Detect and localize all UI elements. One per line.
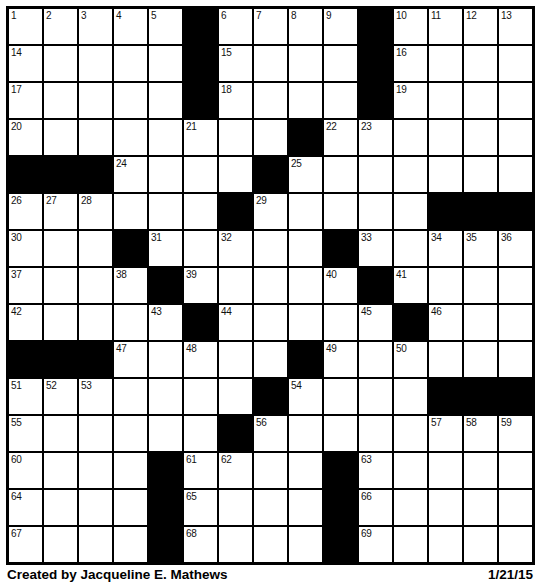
black-cell-r1c6 <box>183 8 218 45</box>
cell-r15c7[interactable] <box>218 526 253 563</box>
cell-r6c3[interactable]: 28 <box>78 193 113 230</box>
cell-r10c12[interactable]: 50 <box>393 341 428 378</box>
cell-r3c13[interactable] <box>428 82 463 119</box>
crossword-page: 1234567891011121314151617181920212223242… <box>0 0 540 587</box>
black-cell-r14c5 <box>148 489 183 526</box>
clue-number-22: 22 <box>326 121 337 132</box>
clue-number-25: 25 <box>291 158 302 169</box>
cell-r15c11[interactable]: 69 <box>358 526 393 563</box>
black-cell-r9c6 <box>183 304 218 341</box>
clue-number-47: 47 <box>116 343 127 354</box>
cell-r10c14[interactable] <box>463 341 498 378</box>
black-cell-r10c9 <box>288 341 323 378</box>
cell-r12c14[interactable]: 58 <box>463 415 498 452</box>
cell-r14c14[interactable] <box>463 489 498 526</box>
cell-r7c7[interactable]: 32 <box>218 230 253 267</box>
cell-r11c12[interactable] <box>393 378 428 415</box>
black-cell-r3c6 <box>183 82 218 119</box>
cell-r5c11[interactable] <box>358 156 393 193</box>
black-cell-r14c10 <box>323 489 358 526</box>
cell-r2c1[interactable]: 14 <box>8 45 43 82</box>
clue-number-16: 16 <box>396 47 407 58</box>
cell-r11c1[interactable]: 51 <box>8 378 43 415</box>
cell-r12c11[interactable] <box>358 415 393 452</box>
black-cell-r15c5 <box>148 526 183 563</box>
cell-r5c7[interactable] <box>218 156 253 193</box>
cell-r11c11[interactable] <box>358 378 393 415</box>
cell-r9c13[interactable]: 46 <box>428 304 463 341</box>
clue-number-9: 9 <box>326 10 331 21</box>
cell-r3c14[interactable] <box>463 82 498 119</box>
clue-number-36: 36 <box>501 232 512 243</box>
black-cell-r10c1 <box>8 341 43 378</box>
cell-r4c5[interactable] <box>148 119 183 156</box>
crossword-grid: 1234567891011121314151617181920212223242… <box>6 6 535 565</box>
cell-r6c1[interactable]: 26 <box>8 193 43 230</box>
clue-number-19: 19 <box>396 84 407 95</box>
black-cell-r11c13 <box>428 378 463 415</box>
cell-r11c7[interactable] <box>218 378 253 415</box>
cell-r7c3[interactable] <box>78 230 113 267</box>
black-cell-r6c15 <box>498 193 533 230</box>
cell-r1c14[interactable]: 12 <box>463 8 498 45</box>
cell-r13c3[interactable] <box>78 452 113 489</box>
cell-r7c11[interactable]: 33 <box>358 230 393 267</box>
clue-number-21: 21 <box>186 121 197 132</box>
clue-number-4: 4 <box>116 10 121 21</box>
cell-r12c10[interactable] <box>323 415 358 452</box>
cell-r14c7[interactable] <box>218 489 253 526</box>
clue-number-68: 68 <box>186 528 197 539</box>
cell-r15c12[interactable] <box>393 526 428 563</box>
cell-r13c15[interactable] <box>498 452 533 489</box>
cell-r5c12[interactable] <box>393 156 428 193</box>
black-cell-r5c2 <box>43 156 78 193</box>
black-cell-r1c11 <box>358 8 393 45</box>
black-cell-r2c6 <box>183 45 218 82</box>
clue-number-42: 42 <box>11 306 22 317</box>
cell-r15c13[interactable] <box>428 526 463 563</box>
black-cell-r12c7 <box>218 415 253 452</box>
black-cell-r6c13 <box>428 193 463 230</box>
cell-r11c9[interactable]: 54 <box>288 378 323 415</box>
cell-r6c10[interactable] <box>323 193 358 230</box>
cell-r12c5[interactable] <box>148 415 183 452</box>
cell-r2c14[interactable] <box>463 45 498 82</box>
clue-number-61: 61 <box>186 454 197 465</box>
cell-r2c13[interactable] <box>428 45 463 82</box>
clue-number-5: 5 <box>151 10 156 21</box>
cell-r11c10[interactable] <box>323 378 358 415</box>
cell-r3c12[interactable]: 19 <box>393 82 428 119</box>
clue-number-64: 64 <box>11 491 22 502</box>
cell-r14c1[interactable]: 64 <box>8 489 43 526</box>
cell-r3c7[interactable]: 18 <box>218 82 253 119</box>
cell-r13c9[interactable] <box>288 452 323 489</box>
cell-r1c12[interactable]: 10 <box>393 8 428 45</box>
clue-number-45: 45 <box>361 306 372 317</box>
cell-r10c6[interactable]: 48 <box>183 341 218 378</box>
cell-r11c2[interactable]: 52 <box>43 378 78 415</box>
clue-number-56: 56 <box>256 417 267 428</box>
black-cell-r3c11 <box>358 82 393 119</box>
cell-r2c2[interactable] <box>43 45 78 82</box>
black-cell-r4c9 <box>288 119 323 156</box>
clue-number-38: 38 <box>116 269 127 280</box>
cell-r11c5[interactable] <box>148 378 183 415</box>
clue-number-40: 40 <box>326 269 337 280</box>
cell-r4c15[interactable] <box>498 119 533 156</box>
cell-r4c3[interactable] <box>78 119 113 156</box>
clue-number-62: 62 <box>221 454 232 465</box>
black-cell-r10c3 <box>78 341 113 378</box>
cell-r8c7[interactable] <box>218 267 253 304</box>
cell-r7c1[interactable]: 30 <box>8 230 43 267</box>
cell-r1c13[interactable]: 11 <box>428 8 463 45</box>
cell-r3c2[interactable] <box>43 82 78 119</box>
cell-r10c5[interactable] <box>148 341 183 378</box>
cell-r8c9[interactable] <box>288 267 323 304</box>
cell-r5c10[interactable] <box>323 156 358 193</box>
cell-r6c4[interactable] <box>113 193 148 230</box>
cell-r12c9[interactable] <box>288 415 323 452</box>
cell-r8c15[interactable] <box>498 267 533 304</box>
black-cell-r8c11 <box>358 267 393 304</box>
black-cell-r8c5 <box>148 267 183 304</box>
cell-r8c13[interactable] <box>428 267 463 304</box>
clue-number-63: 63 <box>361 454 372 465</box>
clue-number-39: 39 <box>186 269 197 280</box>
cell-r10c8[interactable] <box>253 341 288 378</box>
clue-number-65: 65 <box>186 491 197 502</box>
cell-r13c11[interactable]: 63 <box>358 452 393 489</box>
puzzle-date: 1/21/15 <box>488 567 533 582</box>
cell-r13c6[interactable]: 61 <box>183 452 218 489</box>
cell-r8c4[interactable]: 38 <box>113 267 148 304</box>
clue-number-7: 7 <box>256 10 261 21</box>
cell-r8c8[interactable] <box>253 267 288 304</box>
cell-r6c2[interactable]: 27 <box>43 193 78 230</box>
cell-r5c6[interactable] <box>183 156 218 193</box>
cell-r4c11[interactable]: 23 <box>358 119 393 156</box>
cell-r9c1[interactable]: 42 <box>8 304 43 341</box>
cell-r13c1[interactable]: 60 <box>8 452 43 489</box>
cell-r15c15[interactable] <box>498 526 533 563</box>
cell-r3c9[interactable] <box>288 82 323 119</box>
cell-r5c5[interactable] <box>148 156 183 193</box>
cell-r14c9[interactable] <box>288 489 323 526</box>
clue-number-52: 52 <box>46 380 57 391</box>
clue-number-34: 34 <box>431 232 442 243</box>
black-cell-r7c10 <box>323 230 358 267</box>
cell-r6c9[interactable] <box>288 193 323 230</box>
cell-r4c7[interactable] <box>218 119 253 156</box>
clue-number-30: 30 <box>11 232 22 243</box>
cell-r5c9[interactable]: 25 <box>288 156 323 193</box>
clue-number-2: 2 <box>46 10 51 21</box>
cell-r12c6[interactable] <box>183 415 218 452</box>
cell-r1c3[interactable]: 3 <box>78 8 113 45</box>
cell-r14c4[interactable] <box>113 489 148 526</box>
cell-r14c2[interactable] <box>43 489 78 526</box>
cell-r9c10[interactable] <box>323 304 358 341</box>
clue-number-18: 18 <box>221 84 232 95</box>
cell-r1c7[interactable]: 6 <box>218 8 253 45</box>
cell-r15c6[interactable]: 68 <box>183 526 218 563</box>
clue-number-58: 58 <box>466 417 477 428</box>
cell-r15c1[interactable]: 67 <box>8 526 43 563</box>
clue-number-28: 28 <box>81 195 92 206</box>
cell-r5c14[interactable] <box>463 156 498 193</box>
cell-r9c4[interactable] <box>113 304 148 341</box>
cell-r3c3[interactable] <box>78 82 113 119</box>
cell-r14c15[interactable] <box>498 489 533 526</box>
clue-number-69: 69 <box>361 528 372 539</box>
clue-number-1: 1 <box>11 10 16 21</box>
cell-r3c15[interactable] <box>498 82 533 119</box>
clue-number-3: 3 <box>81 10 86 21</box>
cell-r9c9[interactable] <box>288 304 323 341</box>
clue-number-11: 11 <box>431 10 441 21</box>
cell-r12c3[interactable] <box>78 415 113 452</box>
cell-r2c15[interactable] <box>498 45 533 82</box>
cell-r12c2[interactable] <box>43 415 78 452</box>
cell-r9c8[interactable] <box>253 304 288 341</box>
clue-number-10: 10 <box>396 10 407 21</box>
black-cell-r13c5 <box>148 452 183 489</box>
cell-r11c3[interactable]: 53 <box>78 378 113 415</box>
cell-r3c8[interactable] <box>253 82 288 119</box>
cell-r10c10[interactable]: 49 <box>323 341 358 378</box>
cell-r1c4[interactable]: 4 <box>113 8 148 45</box>
cell-r10c7[interactable] <box>218 341 253 378</box>
cell-r13c8[interactable] <box>253 452 288 489</box>
cell-r12c12[interactable] <box>393 415 428 452</box>
black-cell-r6c7 <box>218 193 253 230</box>
cell-r15c8[interactable] <box>253 526 288 563</box>
cell-r15c9[interactable] <box>288 526 323 563</box>
cell-r5c13[interactable] <box>428 156 463 193</box>
cell-r7c12[interactable] <box>393 230 428 267</box>
clue-number-27: 27 <box>46 195 57 206</box>
cell-r1c10[interactable]: 9 <box>323 8 358 45</box>
cell-r6c5[interactable] <box>148 193 183 230</box>
clue-number-23: 23 <box>361 121 372 132</box>
cell-r14c6[interactable]: 65 <box>183 489 218 526</box>
cell-r4c14[interactable] <box>463 119 498 156</box>
clue-number-54: 54 <box>291 380 302 391</box>
cell-r2c9[interactable] <box>288 45 323 82</box>
clue-number-41: 41 <box>396 269 407 280</box>
cell-r4c1[interactable]: 20 <box>8 119 43 156</box>
black-cell-r11c15 <box>498 378 533 415</box>
cell-r7c15[interactable]: 36 <box>498 230 533 267</box>
clue-number-29: 29 <box>256 195 267 206</box>
cell-r13c13[interactable] <box>428 452 463 489</box>
black-cell-r11c14 <box>463 378 498 415</box>
cell-r10c4[interactable]: 47 <box>113 341 148 378</box>
clue-number-49: 49 <box>326 343 337 354</box>
cell-r10c11[interactable] <box>358 341 393 378</box>
clue-number-37: 37 <box>11 269 22 280</box>
cell-r3c4[interactable] <box>113 82 148 119</box>
cell-r8c12[interactable]: 41 <box>393 267 428 304</box>
black-cell-r6c14 <box>463 193 498 230</box>
clue-number-53: 53 <box>81 380 92 391</box>
black-cell-r7c4 <box>113 230 148 267</box>
cell-r12c1[interactable]: 55 <box>8 415 43 452</box>
cell-r7c8[interactable] <box>253 230 288 267</box>
cell-r7c13[interactable]: 34 <box>428 230 463 267</box>
cell-r13c2[interactable] <box>43 452 78 489</box>
cell-r9c7[interactable]: 44 <box>218 304 253 341</box>
cell-r11c4[interactable] <box>113 378 148 415</box>
clue-number-15: 15 <box>221 47 232 58</box>
clue-number-57: 57 <box>431 417 442 428</box>
black-cell-r5c8 <box>253 156 288 193</box>
cell-r1c9[interactable]: 8 <box>288 8 323 45</box>
clue-number-13: 13 <box>501 10 512 21</box>
caption-bar: Created by Jacqueline E. Mathews 1/21/15 <box>7 567 533 582</box>
clue-number-50: 50 <box>396 343 407 354</box>
black-cell-r11c8 <box>253 378 288 415</box>
cell-r2c3[interactable] <box>78 45 113 82</box>
black-cell-r5c1 <box>8 156 43 193</box>
cell-r7c14[interactable]: 35 <box>463 230 498 267</box>
cell-r2c7[interactable]: 15 <box>218 45 253 82</box>
cell-r9c2[interactable] <box>43 304 78 341</box>
clue-number-31: 31 <box>151 232 162 243</box>
black-cell-r5c3 <box>78 156 113 193</box>
cell-r1c5[interactable]: 5 <box>148 8 183 45</box>
cell-r10c15[interactable] <box>498 341 533 378</box>
cell-r8c3[interactable] <box>78 267 113 304</box>
black-cell-r13c10 <box>323 452 358 489</box>
clue-number-6: 6 <box>221 10 226 21</box>
cell-r8c10[interactable]: 40 <box>323 267 358 304</box>
clue-number-59: 59 <box>501 417 512 428</box>
cell-r2c4[interactable] <box>113 45 148 82</box>
black-cell-r15c10 <box>323 526 358 563</box>
cell-r8c14[interactable] <box>463 267 498 304</box>
cell-r3c5[interactable] <box>148 82 183 119</box>
clue-number-55: 55 <box>11 417 22 428</box>
cell-r4c6[interactable]: 21 <box>183 119 218 156</box>
cell-r15c2[interactable] <box>43 526 78 563</box>
cell-r9c3[interactable] <box>78 304 113 341</box>
clue-number-8: 8 <box>291 10 296 21</box>
cell-r6c11[interactable] <box>358 193 393 230</box>
cell-r12c8[interactable]: 56 <box>253 415 288 452</box>
cell-r11c6[interactable] <box>183 378 218 415</box>
cell-r13c4[interactable] <box>113 452 148 489</box>
cell-r4c8[interactable] <box>253 119 288 156</box>
cell-r10c13[interactable] <box>428 341 463 378</box>
cell-r14c8[interactable] <box>253 489 288 526</box>
cell-r2c5[interactable] <box>148 45 183 82</box>
cell-r5c15[interactable] <box>498 156 533 193</box>
cell-r6c12[interactable] <box>393 193 428 230</box>
cell-r7c6[interactable] <box>183 230 218 267</box>
cell-r7c9[interactable] <box>288 230 323 267</box>
clue-number-14: 14 <box>11 47 22 58</box>
black-cell-r9c12 <box>393 304 428 341</box>
credit-text: Created by Jacqueline E. Mathews <box>7 567 228 582</box>
cell-r7c5[interactable]: 31 <box>148 230 183 267</box>
cell-r14c11[interactable]: 66 <box>358 489 393 526</box>
cell-r1c1[interactable]: 1 <box>8 8 43 45</box>
cell-r5c4[interactable]: 24 <box>113 156 148 193</box>
clue-number-12: 12 <box>466 10 477 21</box>
clue-number-26: 26 <box>11 195 22 206</box>
clue-number-17: 17 <box>11 84 22 95</box>
cell-r15c4[interactable] <box>113 526 148 563</box>
cell-r12c13[interactable]: 57 <box>428 415 463 452</box>
cell-r14c3[interactable] <box>78 489 113 526</box>
clue-number-43: 43 <box>151 306 162 317</box>
cell-r13c14[interactable] <box>463 452 498 489</box>
cell-r1c15[interactable]: 13 <box>498 8 533 45</box>
cell-r6c8[interactable]: 29 <box>253 193 288 230</box>
cell-r2c8[interactable] <box>253 45 288 82</box>
clue-number-32: 32 <box>221 232 232 243</box>
clue-number-51: 51 <box>11 380 22 391</box>
cell-r9c11[interactable]: 45 <box>358 304 393 341</box>
cell-r8c6[interactable]: 39 <box>183 267 218 304</box>
cell-r3c10[interactable] <box>323 82 358 119</box>
cell-r13c12[interactable] <box>393 452 428 489</box>
clue-number-20: 20 <box>11 121 22 132</box>
clue-number-66: 66 <box>361 491 372 502</box>
black-cell-r10c2 <box>43 341 78 378</box>
clue-number-24: 24 <box>116 158 127 169</box>
cell-r12c4[interactable] <box>113 415 148 452</box>
black-cell-r2c11 <box>358 45 393 82</box>
cell-r9c15[interactable] <box>498 304 533 341</box>
cell-r1c2[interactable]: 2 <box>43 8 78 45</box>
clue-number-60: 60 <box>11 454 22 465</box>
cell-r8c2[interactable] <box>43 267 78 304</box>
cell-r4c12[interactable] <box>393 119 428 156</box>
clue-number-44: 44 <box>221 306 232 317</box>
cell-r4c4[interactable] <box>113 119 148 156</box>
cell-r4c13[interactable] <box>428 119 463 156</box>
cell-r13c7[interactable]: 62 <box>218 452 253 489</box>
cell-r6c6[interactable] <box>183 193 218 230</box>
cell-r2c12[interactable]: 16 <box>393 45 428 82</box>
cell-r3c1[interactable]: 17 <box>8 82 43 119</box>
cell-r4c2[interactable] <box>43 119 78 156</box>
cell-r15c3[interactable] <box>78 526 113 563</box>
cell-r7c2[interactable] <box>43 230 78 267</box>
cell-r9c14[interactable] <box>463 304 498 341</box>
cell-r14c13[interactable] <box>428 489 463 526</box>
clue-number-33: 33 <box>361 232 372 243</box>
clue-number-48: 48 <box>186 343 197 354</box>
cell-r15c14[interactable] <box>463 526 498 563</box>
clue-number-46: 46 <box>431 306 442 317</box>
cell-r4c10[interactable]: 22 <box>323 119 358 156</box>
clue-number-67: 67 <box>11 528 22 539</box>
cell-r14c12[interactable] <box>393 489 428 526</box>
cell-r12c15[interactable]: 59 <box>498 415 533 452</box>
cell-r9c5[interactable]: 43 <box>148 304 183 341</box>
clue-number-35: 35 <box>466 232 477 243</box>
cell-r8c1[interactable]: 37 <box>8 267 43 304</box>
cell-r1c8[interactable]: 7 <box>253 8 288 45</box>
cell-r2c10[interactable] <box>323 45 358 82</box>
